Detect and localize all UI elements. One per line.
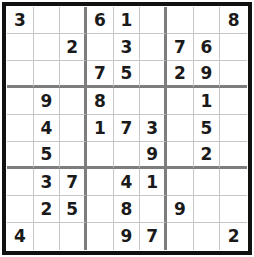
cell-r8c6[interactable] xyxy=(140,196,167,223)
cell-r8c5[interactable]: 8 xyxy=(114,196,141,223)
cell-r6c3[interactable] xyxy=(60,142,87,169)
cell-r7c1[interactable] xyxy=(7,169,34,196)
cell-r1c8[interactable] xyxy=(194,7,221,34)
cell-r8c3[interactable]: 5 xyxy=(60,196,87,223)
sudoku-grid: 36182376752998141735592374125894972 xyxy=(7,7,247,250)
cell-r5c6[interactable]: 3 xyxy=(140,115,167,142)
cell-r6c6[interactable]: 9 xyxy=(140,142,167,169)
cell-r6c4[interactable] xyxy=(87,142,114,169)
cell-r4c6[interactable] xyxy=(140,88,167,115)
cell-r6c7[interactable] xyxy=(167,142,194,169)
cell-r2c6[interactable] xyxy=(140,34,167,61)
cell-r9c3[interactable] xyxy=(60,223,87,250)
cell-r9c5[interactable]: 9 xyxy=(114,223,141,250)
cell-r4c4[interactable]: 8 xyxy=(87,88,114,115)
cell-r3c6[interactable] xyxy=(140,61,167,88)
cell-r1c6[interactable] xyxy=(140,7,167,34)
cell-r7c9[interactable] xyxy=(220,169,247,196)
cell-r4c7[interactable] xyxy=(167,88,194,115)
cell-r7c5[interactable]: 4 xyxy=(114,169,141,196)
cell-r9c9[interactable]: 2 xyxy=(220,223,247,250)
cell-r8c8[interactable] xyxy=(194,196,221,223)
cell-r4c8[interactable]: 1 xyxy=(194,88,221,115)
cell-r8c1[interactable] xyxy=(7,196,34,223)
page: 36182376752998141735592374125894972 xyxy=(0,0,254,257)
cell-r1c3[interactable] xyxy=(60,7,87,34)
cell-r3c8[interactable]: 9 xyxy=(194,61,221,88)
cell-r7c4[interactable] xyxy=(87,169,114,196)
cell-r3c2[interactable] xyxy=(34,61,61,88)
cell-r5c9[interactable] xyxy=(220,115,247,142)
cell-r2c4[interactable] xyxy=(87,34,114,61)
cell-r3c3[interactable] xyxy=(60,61,87,88)
cell-r6c5[interactable] xyxy=(114,142,141,169)
cell-r5c8[interactable]: 5 xyxy=(194,115,221,142)
sudoku-board: 36182376752998141735592374125894972 xyxy=(2,2,252,255)
cell-r2c7[interactable]: 7 xyxy=(167,34,194,61)
cell-r3c9[interactable] xyxy=(220,61,247,88)
cell-r2c3[interactable]: 2 xyxy=(60,34,87,61)
cell-r1c5[interactable]: 1 xyxy=(114,7,141,34)
cell-r2c1[interactable] xyxy=(7,34,34,61)
cell-r3c4[interactable]: 7 xyxy=(87,61,114,88)
cell-r9c6[interactable]: 7 xyxy=(140,223,167,250)
cell-r2c8[interactable]: 6 xyxy=(194,34,221,61)
cell-r5c4[interactable]: 1 xyxy=(87,115,114,142)
cell-r7c3[interactable]: 7 xyxy=(60,169,87,196)
cell-r7c6[interactable]: 1 xyxy=(140,169,167,196)
cell-r8c7[interactable]: 9 xyxy=(167,196,194,223)
cell-r1c2[interactable] xyxy=(34,7,61,34)
cell-r6c8[interactable]: 2 xyxy=(194,142,221,169)
cell-r4c9[interactable] xyxy=(220,88,247,115)
cell-r2c9[interactable] xyxy=(220,34,247,61)
cell-r6c1[interactable] xyxy=(7,142,34,169)
cell-r1c4[interactable]: 6 xyxy=(87,7,114,34)
cell-r3c5[interactable]: 5 xyxy=(114,61,141,88)
cell-r4c1[interactable] xyxy=(7,88,34,115)
cell-r1c7[interactable] xyxy=(167,7,194,34)
cell-r2c5[interactable]: 3 xyxy=(114,34,141,61)
cell-r6c9[interactable] xyxy=(220,142,247,169)
cell-r9c4[interactable] xyxy=(87,223,114,250)
cell-r3c1[interactable] xyxy=(7,61,34,88)
cell-r2c2[interactable] xyxy=(34,34,61,61)
cell-r4c3[interactable] xyxy=(60,88,87,115)
cell-r5c7[interactable] xyxy=(167,115,194,142)
cell-r8c2[interactable]: 2 xyxy=(34,196,61,223)
cell-r4c5[interactable] xyxy=(114,88,141,115)
cell-r9c1[interactable]: 4 xyxy=(7,223,34,250)
cell-r1c9[interactable]: 8 xyxy=(220,7,247,34)
cell-r5c2[interactable]: 4 xyxy=(34,115,61,142)
cell-r7c8[interactable] xyxy=(194,169,221,196)
cell-r8c9[interactable] xyxy=(220,196,247,223)
cell-r5c5[interactable]: 7 xyxy=(114,115,141,142)
cell-r9c7[interactable] xyxy=(167,223,194,250)
cell-r9c2[interactable] xyxy=(34,223,61,250)
cell-r4c2[interactable]: 9 xyxy=(34,88,61,115)
cell-r3c7[interactable]: 2 xyxy=(167,61,194,88)
cell-r1c1[interactable]: 3 xyxy=(7,7,34,34)
cell-r5c3[interactable] xyxy=(60,115,87,142)
cell-r8c4[interactable] xyxy=(87,196,114,223)
cell-r9c8[interactable] xyxy=(194,223,221,250)
cell-r7c2[interactable]: 3 xyxy=(34,169,61,196)
cell-r6c2[interactable]: 5 xyxy=(34,142,61,169)
cell-r7c7[interactable] xyxy=(167,169,194,196)
cell-r5c1[interactable] xyxy=(7,115,34,142)
